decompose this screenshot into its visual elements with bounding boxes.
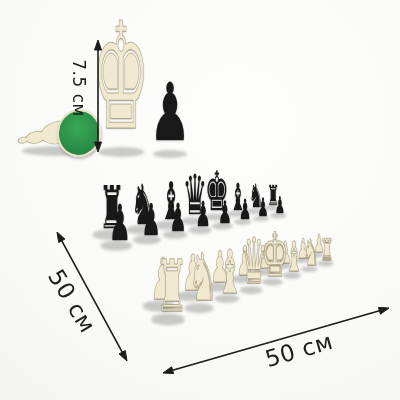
white-king-standing: ♚ bbox=[92, 3, 150, 151]
loose-pieces: ♟♚♟ bbox=[0, 0, 400, 400]
product-photo-scene: aa88bb77cc66dd55ee44ff33gg22hh11 ♜♞♝♟♚♟♛… bbox=[0, 0, 400, 400]
piece-height-label: 7.5 см bbox=[69, 59, 89, 117]
black-pawn-standing: ♟ bbox=[149, 73, 191, 153]
